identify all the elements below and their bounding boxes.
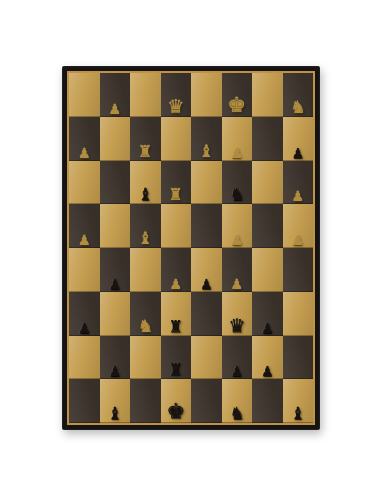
white-pawn: ♟ xyxy=(78,233,91,247)
square-a4[interactable] xyxy=(69,248,100,292)
chess-board: ♟♛♚♞♟♜♝♟♟♝♜♞♟♟♝♟♟♟♟♟♟♟♞♜♛♟♟♜♟♟♝♚♞♝ xyxy=(69,73,313,423)
black-pawn: ♟ xyxy=(261,364,274,378)
square-d8[interactable]: ♛ xyxy=(161,73,192,117)
square-a5[interactable]: ♟ xyxy=(69,204,100,248)
square-f8[interactable]: ♚ xyxy=(222,73,253,117)
square-c8[interactable] xyxy=(130,73,161,117)
square-e6[interactable] xyxy=(191,161,222,205)
square-d6[interactable]: ♜ xyxy=(161,161,192,205)
black-bishop: ♝ xyxy=(290,405,305,422)
black-pawn: ♟ xyxy=(78,321,91,335)
square-f7[interactable]: ♟ xyxy=(222,117,253,161)
square-b6[interactable] xyxy=(100,161,131,205)
square-c2[interactable] xyxy=(130,336,161,380)
black-queen: ♛ xyxy=(228,316,245,335)
square-f6[interactable]: ♞ xyxy=(222,161,253,205)
white-pawn: ♟ xyxy=(108,102,121,116)
square-e1[interactable] xyxy=(191,379,222,423)
square-a6[interactable] xyxy=(69,161,100,205)
black-bishop: ♝ xyxy=(107,405,122,422)
square-g4[interactable] xyxy=(252,248,283,292)
white-bishop: ♝ xyxy=(138,230,153,247)
black-pawn: ♟ xyxy=(200,277,213,291)
black-pawn: ♟ xyxy=(230,364,243,378)
square-g1[interactable] xyxy=(252,379,283,423)
square-g7[interactable] xyxy=(252,117,283,161)
square-h7[interactable]: ♟ xyxy=(283,117,314,161)
square-d5[interactable] xyxy=(161,204,192,248)
square-e4[interactable]: ♟ xyxy=(191,248,222,292)
black-pawn: ♟ xyxy=(291,146,304,160)
square-g3[interactable]: ♟ xyxy=(252,292,283,336)
square-h5[interactable]: ♟ xyxy=(283,204,314,248)
square-f2[interactable]: ♟ xyxy=(222,336,253,380)
square-c5[interactable]: ♝ xyxy=(130,204,161,248)
black-pawn: ♟ xyxy=(108,277,121,291)
square-d7[interactable] xyxy=(161,117,192,161)
black-pawn: ♟ xyxy=(261,321,274,335)
black-pawn: ♟ xyxy=(108,364,121,378)
square-h8[interactable]: ♞ xyxy=(283,73,314,117)
square-f1[interactable]: ♞ xyxy=(222,379,253,423)
square-d3[interactable]: ♜ xyxy=(161,292,192,336)
square-e5[interactable] xyxy=(191,204,222,248)
square-a3[interactable]: ♟ xyxy=(69,292,100,336)
square-g6[interactable] xyxy=(252,161,283,205)
square-e2[interactable] xyxy=(191,336,222,380)
square-h6[interactable]: ♟ xyxy=(283,161,314,205)
square-e8[interactable] xyxy=(191,73,222,117)
square-c3[interactable]: ♞ xyxy=(130,292,161,336)
square-h1[interactable]: ♝ xyxy=(283,379,314,423)
white-pawn: ♟ xyxy=(230,146,243,160)
square-f3[interactable]: ♛ xyxy=(222,292,253,336)
black-bishop: ♝ xyxy=(138,186,153,203)
square-e3[interactable] xyxy=(191,292,222,336)
black-knight: ♞ xyxy=(229,405,244,422)
white-bishop: ♝ xyxy=(199,143,214,160)
square-f4[interactable]: ♟ xyxy=(222,248,253,292)
square-c1[interactable] xyxy=(130,379,161,423)
product-photo: ♟♛♚♞♟♜♝♟♟♝♜♞♟♟♝♟♟♟♟♟♟♟♞♜♛♟♟♜♟♟♝♚♞♝ xyxy=(0,0,381,492)
square-d4[interactable]: ♟ xyxy=(161,248,192,292)
square-a7[interactable]: ♟ xyxy=(69,117,100,161)
white-pawn: ♟ xyxy=(78,146,91,160)
white-knight: ♞ xyxy=(290,99,305,116)
black-rook: ♜ xyxy=(169,362,183,378)
square-b3[interactable] xyxy=(100,292,131,336)
square-c7[interactable]: ♜ xyxy=(130,117,161,161)
white-rook: ♜ xyxy=(169,187,183,203)
square-f5[interactable]: ♟ xyxy=(222,204,253,248)
black-king: ♚ xyxy=(166,401,185,422)
white-rook: ♜ xyxy=(138,144,152,160)
square-h4[interactable] xyxy=(283,248,314,292)
gold-trim: ♟♛♚♞♟♜♝♟♟♝♜♞♟♟♝♟♟♟♟♟♟♟♞♜♛♟♟♜♟♟♝♚♞♝ xyxy=(67,71,315,425)
white-knight: ♞ xyxy=(138,318,153,335)
square-h3[interactable] xyxy=(283,292,314,336)
white-pawn: ♟ xyxy=(291,233,304,247)
white-pawn: ♟ xyxy=(230,233,243,247)
square-b4[interactable]: ♟ xyxy=(100,248,131,292)
white-king: ♚ xyxy=(227,95,246,116)
square-a2[interactable] xyxy=(69,336,100,380)
board-frame: ♟♛♚♞♟♜♝♟♟♝♜♞♟♟♝♟♟♟♟♟♟♟♞♜♛♟♟♜♟♟♝♚♞♝ xyxy=(62,66,320,430)
black-knight: ♞ xyxy=(229,186,244,203)
white-pawn: ♟ xyxy=(291,189,304,203)
square-b2[interactable]: ♟ xyxy=(100,336,131,380)
square-g2[interactable]: ♟ xyxy=(252,336,283,380)
square-a8[interactable] xyxy=(69,73,100,117)
square-b5[interactable] xyxy=(100,204,131,248)
black-rook: ♜ xyxy=(169,319,183,335)
square-c4[interactable] xyxy=(130,248,161,292)
square-e7[interactable]: ♝ xyxy=(191,117,222,161)
square-b8[interactable]: ♟ xyxy=(100,73,131,117)
square-a1[interactable] xyxy=(69,379,100,423)
square-b7[interactable] xyxy=(100,117,131,161)
square-d2[interactable]: ♜ xyxy=(161,336,192,380)
white-queen: ♛ xyxy=(167,97,184,116)
white-pawn: ♟ xyxy=(169,277,182,291)
square-d1[interactable]: ♚ xyxy=(161,379,192,423)
square-b1[interactable]: ♝ xyxy=(100,379,131,423)
white-pawn: ♟ xyxy=(230,277,243,291)
square-h2[interactable] xyxy=(283,336,314,380)
square-g8[interactable] xyxy=(252,73,283,117)
square-c6[interactable]: ♝ xyxy=(130,161,161,205)
square-g5[interactable] xyxy=(252,204,283,248)
